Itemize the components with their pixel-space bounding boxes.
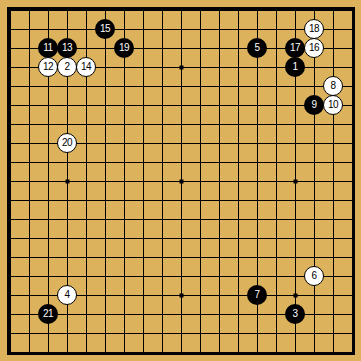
stone-black-1[interactable]: 1 <box>285 57 305 77</box>
stone-white-2[interactable]: 2 <box>57 57 77 77</box>
stone-white-14[interactable]: 14 <box>76 57 96 77</box>
stone-number: 14 <box>81 62 91 72</box>
stone-black-5[interactable]: 5 <box>247 38 267 58</box>
stone-number: 8 <box>330 81 335 91</box>
stone-white-6[interactable]: 6 <box>304 266 324 286</box>
stone-number: 11 <box>43 43 52 53</box>
stone-number: 9 <box>311 100 316 110</box>
stone-number: 4 <box>64 290 69 300</box>
stone-white-16[interactable]: 16 <box>304 38 324 58</box>
stone-number: 6 <box>311 271 316 281</box>
stone-number: 3 <box>292 309 297 319</box>
stones-layer: 123456789101112131415161718192021 <box>0 0 361 361</box>
stone-white-12[interactable]: 12 <box>38 57 58 77</box>
stone-black-11[interactable]: 11 <box>38 38 58 58</box>
stone-white-8[interactable]: 8 <box>323 76 343 96</box>
stone-white-4[interactable]: 4 <box>57 285 77 305</box>
stone-number: 5 <box>254 43 259 53</box>
stone-number: 15 <box>100 24 110 34</box>
stone-number: 7 <box>254 290 259 300</box>
stone-number: 19 <box>119 43 129 53</box>
stone-black-13[interactable]: 13 <box>57 38 77 58</box>
stone-white-10[interactable]: 10 <box>323 95 343 115</box>
stone-number: 18 <box>309 24 319 34</box>
stone-number: 10 <box>328 100 338 110</box>
stone-number: 12 <box>43 62 53 72</box>
stone-number: 20 <box>62 138 72 148</box>
stone-black-17[interactable]: 17 <box>285 38 305 58</box>
stone-number: 2 <box>64 62 69 72</box>
stone-black-9[interactable]: 9 <box>304 95 324 115</box>
stone-white-20[interactable]: 20 <box>57 133 77 153</box>
stone-number: 17 <box>290 43 300 53</box>
stone-black-3[interactable]: 3 <box>285 304 305 324</box>
stone-number: 16 <box>309 43 319 53</box>
stone-number: 21 <box>43 309 53 319</box>
stone-number: 13 <box>62 43 72 53</box>
stone-black-21[interactable]: 21 <box>38 304 58 324</box>
go-board[interactable]: 123456789101112131415161718192021 <box>0 0 361 361</box>
stone-number: 1 <box>292 62 297 72</box>
stone-black-7[interactable]: 7 <box>247 285 267 305</box>
stone-white-18[interactable]: 18 <box>304 19 324 39</box>
stone-black-19[interactable]: 19 <box>114 38 134 58</box>
stone-black-15[interactable]: 15 <box>95 19 115 39</box>
